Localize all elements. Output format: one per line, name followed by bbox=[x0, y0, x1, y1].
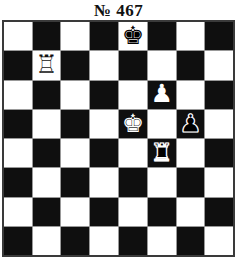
square-g7 bbox=[177, 51, 205, 79]
square-d5 bbox=[90, 110, 118, 138]
square-h6 bbox=[205, 81, 233, 109]
square-g2 bbox=[177, 198, 205, 226]
square-g8 bbox=[177, 22, 205, 50]
square-a6 bbox=[4, 81, 32, 109]
square-f7 bbox=[148, 51, 176, 79]
square-c5 bbox=[61, 110, 89, 138]
square-e8: ♚ bbox=[119, 22, 147, 50]
square-b6 bbox=[33, 81, 61, 109]
square-b7: ♖ bbox=[33, 51, 61, 79]
square-b2 bbox=[33, 198, 61, 226]
square-f2 bbox=[148, 198, 176, 226]
page: № 467 ♚♖♟♚♟♜ bbox=[0, 0, 237, 257]
square-a1 bbox=[4, 227, 32, 255]
square-f3 bbox=[148, 168, 176, 196]
square-h5 bbox=[205, 110, 233, 138]
square-d8 bbox=[90, 22, 118, 50]
square-e4 bbox=[119, 139, 147, 167]
square-b5 bbox=[33, 110, 61, 138]
square-c1 bbox=[61, 227, 89, 255]
square-h3 bbox=[205, 168, 233, 196]
square-f5 bbox=[148, 110, 176, 138]
square-g4 bbox=[177, 139, 205, 167]
square-g5: ♟ bbox=[177, 110, 205, 138]
square-f1 bbox=[148, 227, 176, 255]
square-b3 bbox=[33, 168, 61, 196]
square-c7 bbox=[61, 51, 89, 79]
square-d4 bbox=[90, 139, 118, 167]
square-b8 bbox=[33, 22, 61, 50]
square-d3 bbox=[90, 168, 118, 196]
square-d6 bbox=[90, 81, 118, 109]
square-d2 bbox=[90, 198, 118, 226]
square-c3 bbox=[61, 168, 89, 196]
square-e6 bbox=[119, 81, 147, 109]
square-a8 bbox=[4, 22, 32, 50]
square-f6: ♟ bbox=[148, 81, 176, 109]
square-e7 bbox=[119, 51, 147, 79]
piece-black-king-e8: ♚ bbox=[122, 23, 144, 48]
square-h7 bbox=[205, 51, 233, 79]
square-h1 bbox=[205, 227, 233, 255]
piece-black-pawn-g5: ♟ bbox=[179, 111, 201, 136]
square-a3 bbox=[4, 168, 32, 196]
square-c2 bbox=[61, 198, 89, 226]
square-h4 bbox=[205, 139, 233, 167]
square-f8 bbox=[148, 22, 176, 50]
square-e1 bbox=[119, 227, 147, 255]
square-g3 bbox=[177, 168, 205, 196]
square-a4 bbox=[4, 139, 32, 167]
piece-white-king-e5: ♚ bbox=[122, 111, 144, 136]
square-b1 bbox=[33, 227, 61, 255]
square-a7 bbox=[4, 51, 32, 79]
piece-black-rook-f4: ♜ bbox=[150, 140, 172, 165]
square-h2 bbox=[205, 198, 233, 226]
piece-white-pawn-f6: ♟ bbox=[150, 81, 172, 106]
square-e3 bbox=[119, 168, 147, 196]
square-c4 bbox=[61, 139, 89, 167]
square-a2 bbox=[4, 198, 32, 226]
piece-white-rook-b7: ♖ bbox=[35, 52, 57, 77]
square-g6 bbox=[177, 81, 205, 109]
square-b4 bbox=[33, 139, 61, 167]
diagram-number: № 467 bbox=[0, 0, 237, 20]
square-d1 bbox=[90, 227, 118, 255]
square-h8 bbox=[205, 22, 233, 50]
square-g1 bbox=[177, 227, 205, 255]
square-e5: ♚ bbox=[119, 110, 147, 138]
square-e2 bbox=[119, 198, 147, 226]
chess-board: ♚♖♟♚♟♜ bbox=[2, 20, 235, 257]
square-a5 bbox=[4, 110, 32, 138]
square-d7 bbox=[90, 51, 118, 79]
square-c8 bbox=[61, 22, 89, 50]
square-f4: ♜ bbox=[148, 139, 176, 167]
square-c6 bbox=[61, 81, 89, 109]
